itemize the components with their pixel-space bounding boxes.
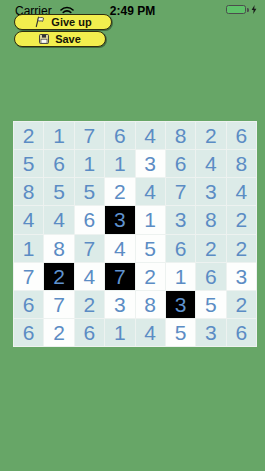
grid-cell-r6c2[interactable]: 2 — [44, 263, 73, 290]
grid-cell-r5c4[interactable]: 4 — [105, 235, 134, 262]
grid-cell-r4c8[interactable]: 2 — [227, 206, 256, 233]
grid-cell-r3c7[interactable]: 3 — [196, 178, 225, 205]
grid-cell-r5c2[interactable]: 8 — [44, 235, 73, 262]
grid-cell-r1c2[interactable]: 1 — [44, 122, 73, 149]
grid-cell-r3c2[interactable]: 5 — [44, 178, 73, 205]
grid-cell-r2c6[interactable]: 6 — [166, 150, 195, 177]
grid-cell-r1c3[interactable]: 7 — [75, 122, 104, 149]
grid-cell-r1c1[interactable]: 2 — [14, 122, 43, 149]
grid-cell-r2c5[interactable]: 3 — [136, 150, 165, 177]
save-disk-icon — [39, 34, 49, 44]
grid-cell-r2c8[interactable]: 8 — [227, 150, 256, 177]
grid-cell-r8c5[interactable]: 4 — [136, 319, 165, 346]
battery-body — [226, 5, 246, 14]
grid-cell-r5c1[interactable]: 1 — [14, 235, 43, 262]
grid-cell-r7c6[interactable]: 3 — [166, 291, 195, 318]
grid-cell-r6c5[interactable]: 2 — [136, 263, 165, 290]
grid-cell-r6c8[interactable]: 3 — [227, 263, 256, 290]
save-label: Save — [55, 33, 81, 45]
grid-cell-r1c4[interactable]: 6 — [105, 122, 134, 149]
white-flag-icon — [34, 16, 45, 28]
grid-cell-r5c7[interactable]: 2 — [196, 235, 225, 262]
grid-cell-r2c3[interactable]: 1 — [75, 150, 104, 177]
grid-cell-r5c8[interactable]: 2 — [227, 235, 256, 262]
grid-cell-r6c6[interactable]: 1 — [166, 263, 195, 290]
grid-cell-r8c2[interactable]: 2 — [44, 319, 73, 346]
grid-cell-r2c4[interactable]: 1 — [105, 150, 134, 177]
give-up-button[interactable]: Give up — [14, 14, 112, 30]
grid-cell-r1c8[interactable]: 6 — [227, 122, 256, 149]
grid-cell-r5c3[interactable]: 7 — [75, 235, 104, 262]
grid-cell-r4c1[interactable]: 4 — [14, 206, 43, 233]
grid-cell-r8c8[interactable]: 6 — [227, 319, 256, 346]
grid-cell-r4c5[interactable]: 1 — [136, 206, 165, 233]
grid-cell-r4c4[interactable]: 3 — [105, 206, 134, 233]
grid-cell-r1c5[interactable]: 4 — [136, 122, 165, 149]
grid-cell-r7c3[interactable]: 2 — [75, 291, 104, 318]
grid-cell-r7c1[interactable]: 6 — [14, 291, 43, 318]
grid-cell-r5c5[interactable]: 5 — [136, 235, 165, 262]
charging-bolt-icon — [251, 5, 257, 14]
grid-cell-r5c6[interactable]: 6 — [166, 235, 195, 262]
grid-cell-r6c1[interactable]: 7 — [14, 263, 43, 290]
grid-cell-r3c4[interactable]: 2 — [105, 178, 134, 205]
grid-cell-r4c6[interactable]: 3 — [166, 206, 195, 233]
grid-cell-r6c4[interactable]: 7 — [105, 263, 134, 290]
grid-cell-r7c8[interactable]: 2 — [227, 291, 256, 318]
grid-cell-r3c8[interactable]: 4 — [227, 178, 256, 205]
grid-cell-r3c3[interactable]: 5 — [75, 178, 104, 205]
grid-cell-r6c7[interactable]: 6 — [196, 263, 225, 290]
grid-cell-r3c5[interactable]: 4 — [136, 178, 165, 205]
grid-cell-r3c1[interactable]: 8 — [14, 178, 43, 205]
grid-cell-r7c2[interactable]: 7 — [44, 291, 73, 318]
grid-cell-r4c3[interactable]: 6 — [75, 206, 104, 233]
grid-cell-r1c7[interactable]: 2 — [196, 122, 225, 149]
battery-cap — [247, 8, 249, 12]
grid-cell-r8c3[interactable]: 6 — [75, 319, 104, 346]
grid-cell-r8c1[interactable]: 6 — [14, 319, 43, 346]
battery-charging-icon — [226, 5, 257, 14]
grid-cell-r2c7[interactable]: 4 — [196, 150, 225, 177]
grid-cell-r7c4[interactable]: 3 — [105, 291, 134, 318]
grid-cell-r8c7[interactable]: 3 — [196, 319, 225, 346]
grid-cell-r2c1[interactable]: 5 — [14, 150, 43, 177]
puzzle-grid: 2176482656113648855247344463138218745622… — [13, 121, 257, 347]
grid-cell-r6c3[interactable]: 4 — [75, 263, 104, 290]
save-button[interactable]: Save — [14, 31, 106, 47]
give-up-label: Give up — [51, 16, 91, 28]
grid-cell-r1c6[interactable]: 8 — [166, 122, 195, 149]
grid-cell-r3c6[interactable]: 7 — [166, 178, 195, 205]
grid-cell-r8c4[interactable]: 1 — [105, 319, 134, 346]
grid-cell-r4c7[interactable]: 8 — [196, 206, 225, 233]
grid-cell-r2c2[interactable]: 6 — [44, 150, 73, 177]
grid-cell-r7c5[interactable]: 8 — [136, 291, 165, 318]
grid-cell-r8c6[interactable]: 5 — [166, 319, 195, 346]
grid-cell-r7c7[interactable]: 5 — [196, 291, 225, 318]
grid-cell-r4c2[interactable]: 4 — [44, 206, 73, 233]
